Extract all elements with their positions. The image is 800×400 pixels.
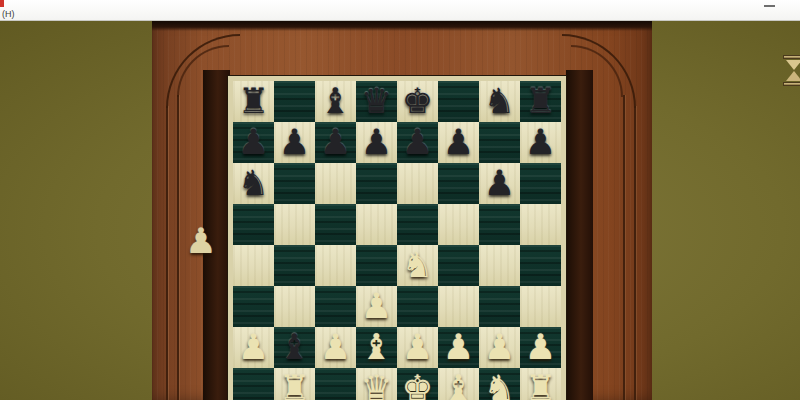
square-g4[interactable] bbox=[479, 245, 520, 286]
square-f5[interactable] bbox=[438, 204, 479, 245]
captured-white-pawn: ♟ bbox=[183, 221, 219, 262]
square-h7[interactable]: ♟ bbox=[520, 122, 561, 163]
app-window: (H) ♟ ♜♝♛♚♞♜♟♟♟♟♟♟♟♞♟♞♟♟♝♟♝♟♟♟♟♜♛♚♝♞♜ bbox=[0, 0, 800, 400]
hourglass-icon bbox=[783, 55, 800, 86]
white-pawn-c2[interactable]: ♟ bbox=[315, 327, 356, 368]
white-pawn-d3[interactable]: ♟ bbox=[356, 286, 397, 327]
square-f7[interactable]: ♟ bbox=[438, 122, 479, 163]
menu-item-help-partial[interactable]: (H) bbox=[2, 9, 15, 19]
black-rook-a8[interactable]: ♜ bbox=[233, 81, 274, 122]
square-h6[interactable] bbox=[520, 163, 561, 204]
black-knight-g8[interactable]: ♞ bbox=[479, 81, 520, 122]
square-a1[interactable] bbox=[233, 368, 274, 400]
white-bishop-f1[interactable]: ♝ bbox=[438, 368, 479, 400]
square-h8[interactable]: ♜ bbox=[520, 81, 561, 122]
frame-top-shadow bbox=[152, 21, 652, 31]
square-a7[interactable]: ♟ bbox=[233, 122, 274, 163]
square-h3[interactable] bbox=[520, 286, 561, 327]
hourglass-bottom-bar bbox=[783, 82, 800, 86]
white-knight-g1[interactable]: ♞ bbox=[479, 368, 520, 400]
black-pawn-d7[interactable]: ♟ bbox=[356, 122, 397, 163]
black-pawn-f7[interactable]: ♟ bbox=[438, 122, 479, 163]
square-h5[interactable] bbox=[520, 204, 561, 245]
frame-groove-left-outer bbox=[166, 106, 168, 400]
square-b8[interactable] bbox=[274, 81, 315, 122]
square-h2[interactable]: ♟ bbox=[520, 327, 561, 368]
black-knight-a6[interactable]: ♞ bbox=[233, 163, 274, 204]
frame-groove-right-outer bbox=[634, 106, 636, 400]
menu-bar: (H) bbox=[0, 0, 800, 21]
red-corner-fragment-icon bbox=[0, 0, 4, 7]
square-b4[interactable] bbox=[274, 245, 315, 286]
white-rook-b1[interactable]: ♜ bbox=[274, 368, 315, 400]
black-pawn-h7[interactable]: ♟ bbox=[520, 122, 561, 163]
square-e8[interactable]: ♚ bbox=[397, 81, 438, 122]
square-c3[interactable] bbox=[315, 286, 356, 327]
white-rook-h1[interactable]: ♜ bbox=[520, 368, 561, 400]
black-bishop-c8[interactable]: ♝ bbox=[315, 81, 356, 122]
square-d6[interactable] bbox=[356, 163, 397, 204]
square-e4[interactable]: ♞ bbox=[397, 245, 438, 286]
square-d2[interactable]: ♝ bbox=[356, 327, 397, 368]
white-queen-d1[interactable]: ♛ bbox=[356, 368, 397, 400]
square-a5[interactable] bbox=[233, 204, 274, 245]
square-g3[interactable] bbox=[479, 286, 520, 327]
square-d8[interactable]: ♛ bbox=[356, 81, 397, 122]
square-f6[interactable] bbox=[438, 163, 479, 204]
black-pawn-b7[interactable]: ♟ bbox=[274, 122, 315, 163]
board-frame: ♜♝♛♚♞♜♟♟♟♟♟♟♟♞♟♞♟♟♝♟♝♟♟♟♟♜♛♚♝♞♜ bbox=[228, 76, 566, 400]
square-b2[interactable]: ♝ bbox=[274, 327, 315, 368]
square-b3[interactable] bbox=[274, 286, 315, 327]
frame-groove-left-inner bbox=[177, 95, 179, 400]
square-g8[interactable]: ♞ bbox=[479, 81, 520, 122]
square-f1[interactable]: ♝ bbox=[438, 368, 479, 400]
square-d1[interactable]: ♛ bbox=[356, 368, 397, 400]
white-pawn-e2[interactable]: ♟ bbox=[397, 327, 438, 368]
hourglass-sand-top bbox=[786, 60, 800, 70]
square-a8[interactable]: ♜ bbox=[233, 81, 274, 122]
white-pawn-a2[interactable]: ♟ bbox=[233, 327, 274, 368]
square-b6[interactable] bbox=[274, 163, 315, 204]
black-king-e8[interactable]: ♚ bbox=[397, 81, 438, 122]
square-c5[interactable] bbox=[315, 204, 356, 245]
square-d5[interactable] bbox=[356, 204, 397, 245]
white-king-e1[interactable]: ♚ bbox=[397, 368, 438, 400]
square-d3[interactable]: ♟ bbox=[356, 286, 397, 327]
square-a6[interactable]: ♞ bbox=[233, 163, 274, 204]
white-pawn-h2[interactable]: ♟ bbox=[520, 327, 561, 368]
square-c8[interactable]: ♝ bbox=[315, 81, 356, 122]
white-bishop-d2[interactable]: ♝ bbox=[356, 327, 397, 368]
white-pawn-f2[interactable]: ♟ bbox=[438, 327, 479, 368]
square-g5[interactable] bbox=[479, 204, 520, 245]
square-f3[interactable] bbox=[438, 286, 479, 327]
chess-board: ♜♝♛♚♞♜♟♟♟♟♟♟♟♞♟♞♟♟♝♟♝♟♟♟♟♜♛♚♝♞♜ bbox=[233, 81, 561, 400]
black-pawn-e7[interactable]: ♟ bbox=[397, 122, 438, 163]
square-a4[interactable] bbox=[233, 245, 274, 286]
square-e3[interactable] bbox=[397, 286, 438, 327]
white-knight-e4[interactable]: ♞ bbox=[397, 245, 438, 286]
square-b7[interactable]: ♟ bbox=[274, 122, 315, 163]
black-queen-d8[interactable]: ♛ bbox=[356, 81, 397, 122]
black-pawn-a7[interactable]: ♟ bbox=[233, 122, 274, 163]
square-f2[interactable]: ♟ bbox=[438, 327, 479, 368]
black-pawn-c7[interactable]: ♟ bbox=[315, 122, 356, 163]
square-f4[interactable] bbox=[438, 245, 479, 286]
square-g2[interactable]: ♟ bbox=[479, 327, 520, 368]
square-h1[interactable]: ♜ bbox=[520, 368, 561, 400]
square-e2[interactable]: ♟ bbox=[397, 327, 438, 368]
square-g1[interactable]: ♞ bbox=[479, 368, 520, 400]
square-b1[interactable]: ♜ bbox=[274, 368, 315, 400]
square-d4[interactable] bbox=[356, 245, 397, 286]
square-d7[interactable]: ♟ bbox=[356, 122, 397, 163]
hourglass-sand-bottom bbox=[786, 71, 800, 81]
square-a2[interactable]: ♟ bbox=[233, 327, 274, 368]
square-g6[interactable]: ♟ bbox=[479, 163, 520, 204]
rail-shadow-right bbox=[566, 70, 593, 400]
square-c1[interactable] bbox=[315, 368, 356, 400]
square-f8[interactable] bbox=[438, 81, 479, 122]
square-e5[interactable] bbox=[397, 204, 438, 245]
square-c4[interactable] bbox=[315, 245, 356, 286]
hourglass-top-bar bbox=[783, 55, 800, 59]
square-c7[interactable]: ♟ bbox=[315, 122, 356, 163]
square-b5[interactable] bbox=[274, 204, 315, 245]
square-a3[interactable] bbox=[233, 286, 274, 327]
black-bishop-b2[interactable]: ♝ bbox=[274, 327, 315, 368]
black-rook-h8[interactable]: ♜ bbox=[520, 81, 561, 122]
square-e7[interactable]: ♟ bbox=[397, 122, 438, 163]
square-h4[interactable] bbox=[520, 245, 561, 286]
square-c2[interactable]: ♟ bbox=[315, 327, 356, 368]
minimize-icon[interactable] bbox=[764, 5, 775, 7]
square-g7[interactable] bbox=[479, 122, 520, 163]
black-pawn-g6[interactable]: ♟ bbox=[479, 163, 520, 204]
square-c6[interactable] bbox=[315, 163, 356, 204]
white-pawn-g2[interactable]: ♟ bbox=[479, 327, 520, 368]
frame-groove-right-inner bbox=[623, 95, 625, 400]
square-e6[interactable] bbox=[397, 163, 438, 204]
square-e1[interactable]: ♚ bbox=[397, 368, 438, 400]
